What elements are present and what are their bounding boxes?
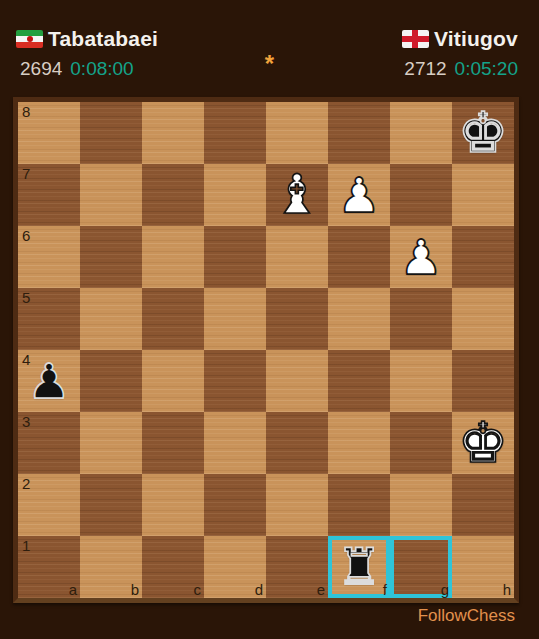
left-player-rating: 2694: [20, 58, 62, 80]
iran-flag-icon: [16, 30, 43, 48]
square-f3[interactable]: [328, 412, 390, 474]
white-pawn-f7: ♟: [337, 171, 380, 219]
chess-board[interactable]: 8♚7♝♟6♟54♟3♚21abcdef♜gh: [18, 102, 514, 598]
white-bishop-e7: ♝: [273, 168, 321, 222]
file-label-c: c: [194, 582, 202, 597]
square-b2[interactable]: [80, 474, 142, 536]
square-f4[interactable]: [328, 350, 390, 412]
square-a6[interactable]: 6: [18, 226, 80, 288]
followchess-brand-link[interactable]: FollowChess: [418, 606, 515, 626]
rank-label-6: 6: [22, 228, 30, 243]
rank-label-1: 1: [22, 538, 30, 553]
file-label-a: a: [69, 582, 77, 597]
chess-board-frame: 8♚7♝♟6♟54♟3♚21abcdef♜gh: [13, 97, 519, 603]
square-b8[interactable]: [80, 102, 142, 164]
square-c6[interactable]: [142, 226, 204, 288]
england-flag-icon: [402, 30, 429, 48]
square-b3[interactable]: [80, 412, 142, 474]
square-e4[interactable]: [266, 350, 328, 412]
square-d6[interactable]: [204, 226, 266, 288]
white-king-h3: ♚: [458, 415, 508, 471]
square-c7[interactable]: [142, 164, 204, 226]
square-b5[interactable]: [80, 288, 142, 350]
square-g7[interactable]: [390, 164, 452, 226]
square-c5[interactable]: [142, 288, 204, 350]
square-b7[interactable]: [80, 164, 142, 226]
file-label-b: b: [131, 582, 139, 597]
black-rook-f1: ♜: [337, 542, 382, 592]
square-c1[interactable]: c: [142, 536, 204, 598]
square-f6[interactable]: [328, 226, 390, 288]
square-c3[interactable]: [142, 412, 204, 474]
left-player-clock: 0:08:00: [70, 58, 133, 80]
square-h3[interactable]: ♚: [452, 412, 514, 474]
square-d5[interactable]: [204, 288, 266, 350]
square-h7[interactable]: [452, 164, 514, 226]
square-a2[interactable]: 2: [18, 474, 80, 536]
right-player-name: Vitiugov: [434, 27, 518, 51]
square-e7[interactable]: ♝: [266, 164, 328, 226]
square-a3[interactable]: 3: [18, 412, 80, 474]
square-d8[interactable]: [204, 102, 266, 164]
square-d4[interactable]: [204, 350, 266, 412]
square-a7[interactable]: 7: [18, 164, 80, 226]
file-label-h: h: [503, 582, 511, 597]
square-d1[interactable]: d: [204, 536, 266, 598]
square-a8[interactable]: 8: [18, 102, 80, 164]
square-b6[interactable]: [80, 226, 142, 288]
right-player: Vitiugov: [402, 27, 518, 51]
square-e1[interactable]: e: [266, 536, 328, 598]
square-d2[interactable]: [204, 474, 266, 536]
square-g5[interactable]: [390, 288, 452, 350]
left-player-stats: 2694 0:08:00: [20, 58, 134, 80]
square-d3[interactable]: [204, 412, 266, 474]
file-label-g: g: [441, 582, 449, 597]
square-c2[interactable]: [142, 474, 204, 536]
rank-label-3: 3: [22, 414, 30, 429]
square-g8[interactable]: [390, 102, 452, 164]
square-b1[interactable]: b: [80, 536, 142, 598]
rank-label-5: 5: [22, 290, 30, 305]
white-pawn-g6: ♟: [399, 233, 442, 281]
left-player-name: Tabatabaei: [48, 27, 158, 51]
file-label-f: f: [383, 582, 387, 597]
square-h5[interactable]: [452, 288, 514, 350]
right-player-stats: 2712 0:05:20: [404, 58, 518, 80]
square-h4[interactable]: [452, 350, 514, 412]
square-g3[interactable]: [390, 412, 452, 474]
right-player-clock: 0:05:20: [455, 58, 518, 80]
square-g6[interactable]: ♟: [390, 226, 452, 288]
square-f2[interactable]: [328, 474, 390, 536]
square-a1[interactable]: 1a: [18, 536, 80, 598]
rank-label-8: 8: [22, 104, 30, 119]
black-king-h8: ♚: [458, 105, 508, 161]
square-a5[interactable]: 5: [18, 288, 80, 350]
square-f5[interactable]: [328, 288, 390, 350]
square-a4[interactable]: 4♟: [18, 350, 80, 412]
square-g1[interactable]: g: [390, 536, 452, 598]
square-f1[interactable]: f♜: [328, 536, 390, 598]
square-c4[interactable]: [142, 350, 204, 412]
square-h1[interactable]: h: [452, 536, 514, 598]
file-label-e: e: [317, 582, 325, 597]
square-h8[interactable]: ♚: [452, 102, 514, 164]
square-f7[interactable]: ♟: [328, 164, 390, 226]
square-g2[interactable]: [390, 474, 452, 536]
left-player: Tabatabaei: [16, 27, 158, 51]
square-e6[interactable]: [266, 226, 328, 288]
square-b4[interactable]: [80, 350, 142, 412]
square-f8[interactable]: [328, 102, 390, 164]
square-d7[interactable]: [204, 164, 266, 226]
square-e8[interactable]: [266, 102, 328, 164]
square-e3[interactable]: [266, 412, 328, 474]
square-e2[interactable]: [266, 474, 328, 536]
square-h6[interactable]: [452, 226, 514, 288]
file-label-d: d: [255, 582, 263, 597]
black-pawn-a4: ♟: [27, 357, 70, 405]
square-c8[interactable]: [142, 102, 204, 164]
square-e5[interactable]: [266, 288, 328, 350]
right-player-rating: 2712: [404, 58, 446, 80]
rank-label-2: 2: [22, 476, 30, 491]
square-h2[interactable]: [452, 474, 514, 536]
square-g4[interactable]: [390, 350, 452, 412]
rank-label-7: 7: [22, 166, 30, 181]
